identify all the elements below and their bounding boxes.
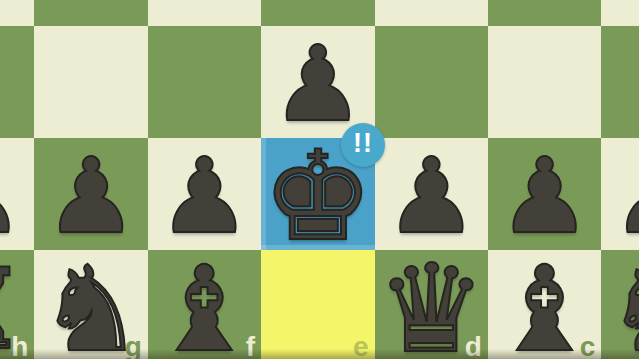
square-g5[interactable] (34, 0, 147, 26)
file-label-e: e (353, 333, 369, 359)
square-e8[interactable]: e (261, 250, 374, 359)
square-d8[interactable]: ♛d (375, 250, 488, 359)
square-f7[interactable]: ♟ (148, 138, 261, 250)
file-label-d: d (465, 333, 482, 359)
square-b6[interactable] (601, 26, 639, 138)
square-g6[interactable] (34, 26, 147, 138)
square-c5[interactable] (488, 0, 601, 26)
square-f8[interactable]: ♝f (148, 250, 261, 359)
file-label-c: c (580, 333, 596, 359)
square-d6[interactable] (375, 26, 488, 138)
square-c7[interactable]: ♟ (488, 138, 601, 250)
square-g7[interactable]: ♟ (34, 138, 147, 250)
file-label-h: h (11, 333, 28, 359)
black-pawn[interactable]: ♟ (611, 144, 639, 248)
square-h5[interactable] (0, 0, 34, 26)
file-label-f: f (246, 333, 255, 359)
black-pawn[interactable]: ♟ (44, 144, 137, 248)
square-d5[interactable] (375, 0, 488, 26)
square-d7[interactable]: ♟ (375, 138, 488, 250)
square-b5[interactable] (601, 0, 639, 26)
chessboard-viewport: ♟♟♟♟♚♟♟♟♜h♞g♝fe♛d♝c♞ !! (0, 0, 639, 359)
square-c6[interactable] (488, 26, 601, 138)
square-f5[interactable] (148, 0, 261, 26)
square-g8[interactable]: ♞g (34, 250, 147, 359)
square-h8[interactable]: ♜h (0, 250, 34, 359)
square-b7[interactable]: ♟ (601, 138, 639, 250)
file-label-g: g (125, 333, 142, 359)
black-pawn[interactable]: ♟ (0, 144, 24, 248)
square-h6[interactable] (0, 26, 34, 138)
square-e6[interactable]: ♟ (261, 26, 374, 138)
black-pawn[interactable]: ♟ (385, 144, 478, 248)
black-pawn[interactable]: ♟ (271, 32, 364, 136)
brilliant-move-badge: !! (341, 123, 385, 167)
black-knight[interactable]: ♞ (605, 250, 639, 359)
black-bishop[interactable]: ♝ (152, 250, 258, 359)
square-c8[interactable]: ♝c (488, 250, 601, 359)
square-b8[interactable]: ♞ (601, 250, 639, 359)
square-h7[interactable]: ♟ (0, 138, 34, 250)
board-grid: ♟♟♟♟♚♟♟♟♜h♞g♝fe♛d♝c♞ (0, 0, 639, 359)
black-pawn[interactable]: ♟ (498, 144, 591, 248)
black-pawn[interactable]: ♟ (158, 144, 251, 248)
square-f6[interactable] (148, 26, 261, 138)
